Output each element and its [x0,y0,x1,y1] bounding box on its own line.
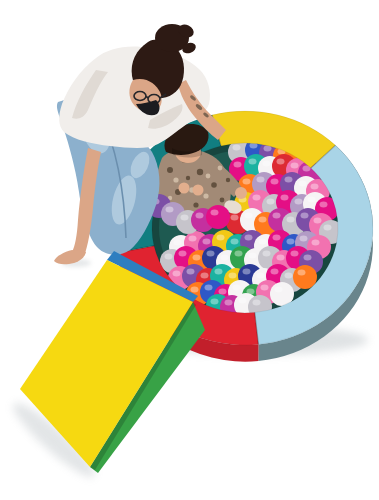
ball-highlight [233,285,241,291]
ball-highlight [243,179,251,185]
ball-highlight [221,255,229,261]
ball-highlight [229,273,237,279]
ball-highlight [298,270,306,276]
ball-highlight [291,251,299,257]
ball-highlight [311,184,319,190]
ball-highlight [259,217,267,223]
product-photo [0,0,379,500]
ball-highlight [263,161,271,167]
ball-highlight [239,298,247,304]
ball-highlight [217,235,225,241]
ball-highlight [215,269,223,275]
ball-highlight [165,254,173,260]
ball-highlight [257,177,265,183]
ball-highlight [166,207,174,213]
ball-highlight [181,215,189,221]
ball-highlight [287,239,295,245]
ball-highlight [211,210,219,216]
ball-highlight [275,287,283,293]
ball-highlight [301,213,309,219]
ball-highlight [295,199,303,205]
ball-highlight [203,239,211,245]
ball-highlight [253,300,261,306]
ball-highlight [234,162,242,168]
ball-highlight [277,255,285,261]
ball-highlight [191,287,199,293]
ball-highlight [304,255,312,261]
ball-highlight [249,159,257,165]
ball-highlight [273,235,281,241]
ball-highlight [287,217,295,223]
ball-highlight [320,202,328,208]
ball-highlight [193,255,201,261]
ball-highlight [271,179,279,185]
ball-highlight [308,197,316,203]
ball-highlight [271,269,279,275]
ball-highlight [261,285,269,291]
ball-highlight [173,271,181,277]
ball-highlight [249,253,257,259]
ball-highlight [211,299,219,305]
ball-highlight [179,251,187,257]
ball-highlight [174,240,182,246]
ball-highlight [235,251,243,257]
ball-highlight [299,181,307,187]
ball-highlight [243,269,251,275]
ball-highlight [324,225,332,231]
ball-highlight [201,273,209,279]
ball-highlight [257,273,265,279]
ball-highlight [219,289,227,295]
ball-highlight [231,215,239,221]
ball-highlight [187,269,195,275]
ball-highlight [267,199,275,205]
ball-highlight [300,236,308,242]
ball-highlight [225,300,233,306]
ball-highlight [277,159,285,165]
ball-highlight [273,213,281,219]
ball-highlight [312,240,320,246]
ball-highlight [253,195,261,201]
ball-highlight [231,239,239,245]
scene-canvas [0,0,379,500]
ball-highlight [189,236,197,242]
ball-highlight [205,285,213,291]
ball-highlight [281,195,289,201]
ball-highlight [233,145,241,151]
ball-highlight [285,273,293,279]
ball-highlight [259,239,267,245]
ball-highlight [207,251,215,257]
ball-highlight [263,251,271,257]
ball-highlight [245,235,253,241]
ball-highlight [196,213,204,219]
ball-highlight [245,213,253,219]
ball-highlight [314,218,322,224]
ball-highlight [291,163,299,169]
ball-highlight [285,177,293,183]
ball-dp [206,205,230,229]
